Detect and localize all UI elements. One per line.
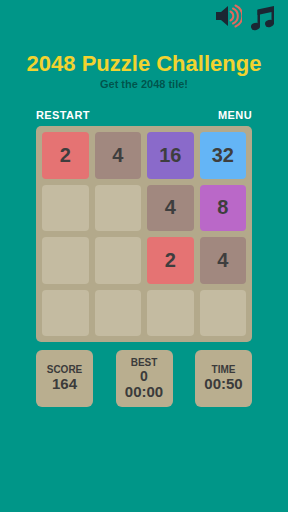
music-note-icon[interactable] [250,4,275,31]
time-label: TIME [212,364,236,375]
top-icon-bar [215,4,275,31]
board-header: RESTART MENU [36,109,252,121]
best-label: BEST [131,357,158,368]
empty-cell [42,185,89,232]
best-score-value: 0 [140,369,148,384]
tile-4: 4 [95,132,142,179]
empty-cell [95,185,142,232]
menu-button[interactable]: MENU [218,109,252,121]
tile-16: 16 [147,132,194,179]
tile-8: 8 [200,185,247,232]
tile-32: 32 [200,132,247,179]
best-time-value: 00:00 [125,384,163,401]
empty-cell [42,290,89,337]
empty-cell [95,237,142,284]
empty-cell [147,290,194,337]
time-value: 00:50 [204,376,242,393]
empty-cell [42,237,89,284]
empty-cell [95,290,142,337]
tile-2: 2 [42,132,89,179]
best-box: BEST 0 00:00 [116,350,173,407]
tile-4: 4 [200,237,247,284]
page-subtitle: Get the 2048 tile! [0,78,288,90]
score-box: SCORE 164 [36,350,93,407]
board[interactable]: 2416324824 [36,126,252,342]
empty-cell [200,290,247,337]
restart-button[interactable]: RESTART [36,109,90,121]
page-title: 2048 Puzzle Challenge [0,51,288,77]
time-box: TIME 00:50 [195,350,252,407]
tile-4: 4 [147,185,194,232]
stats-row: SCORE 164 BEST 0 00:00 TIME 00:50 [36,350,252,407]
tile-2: 2 [147,237,194,284]
speaker-icon[interactable] [215,4,242,28]
score-label: SCORE [47,364,83,375]
score-value: 164 [52,376,77,393]
